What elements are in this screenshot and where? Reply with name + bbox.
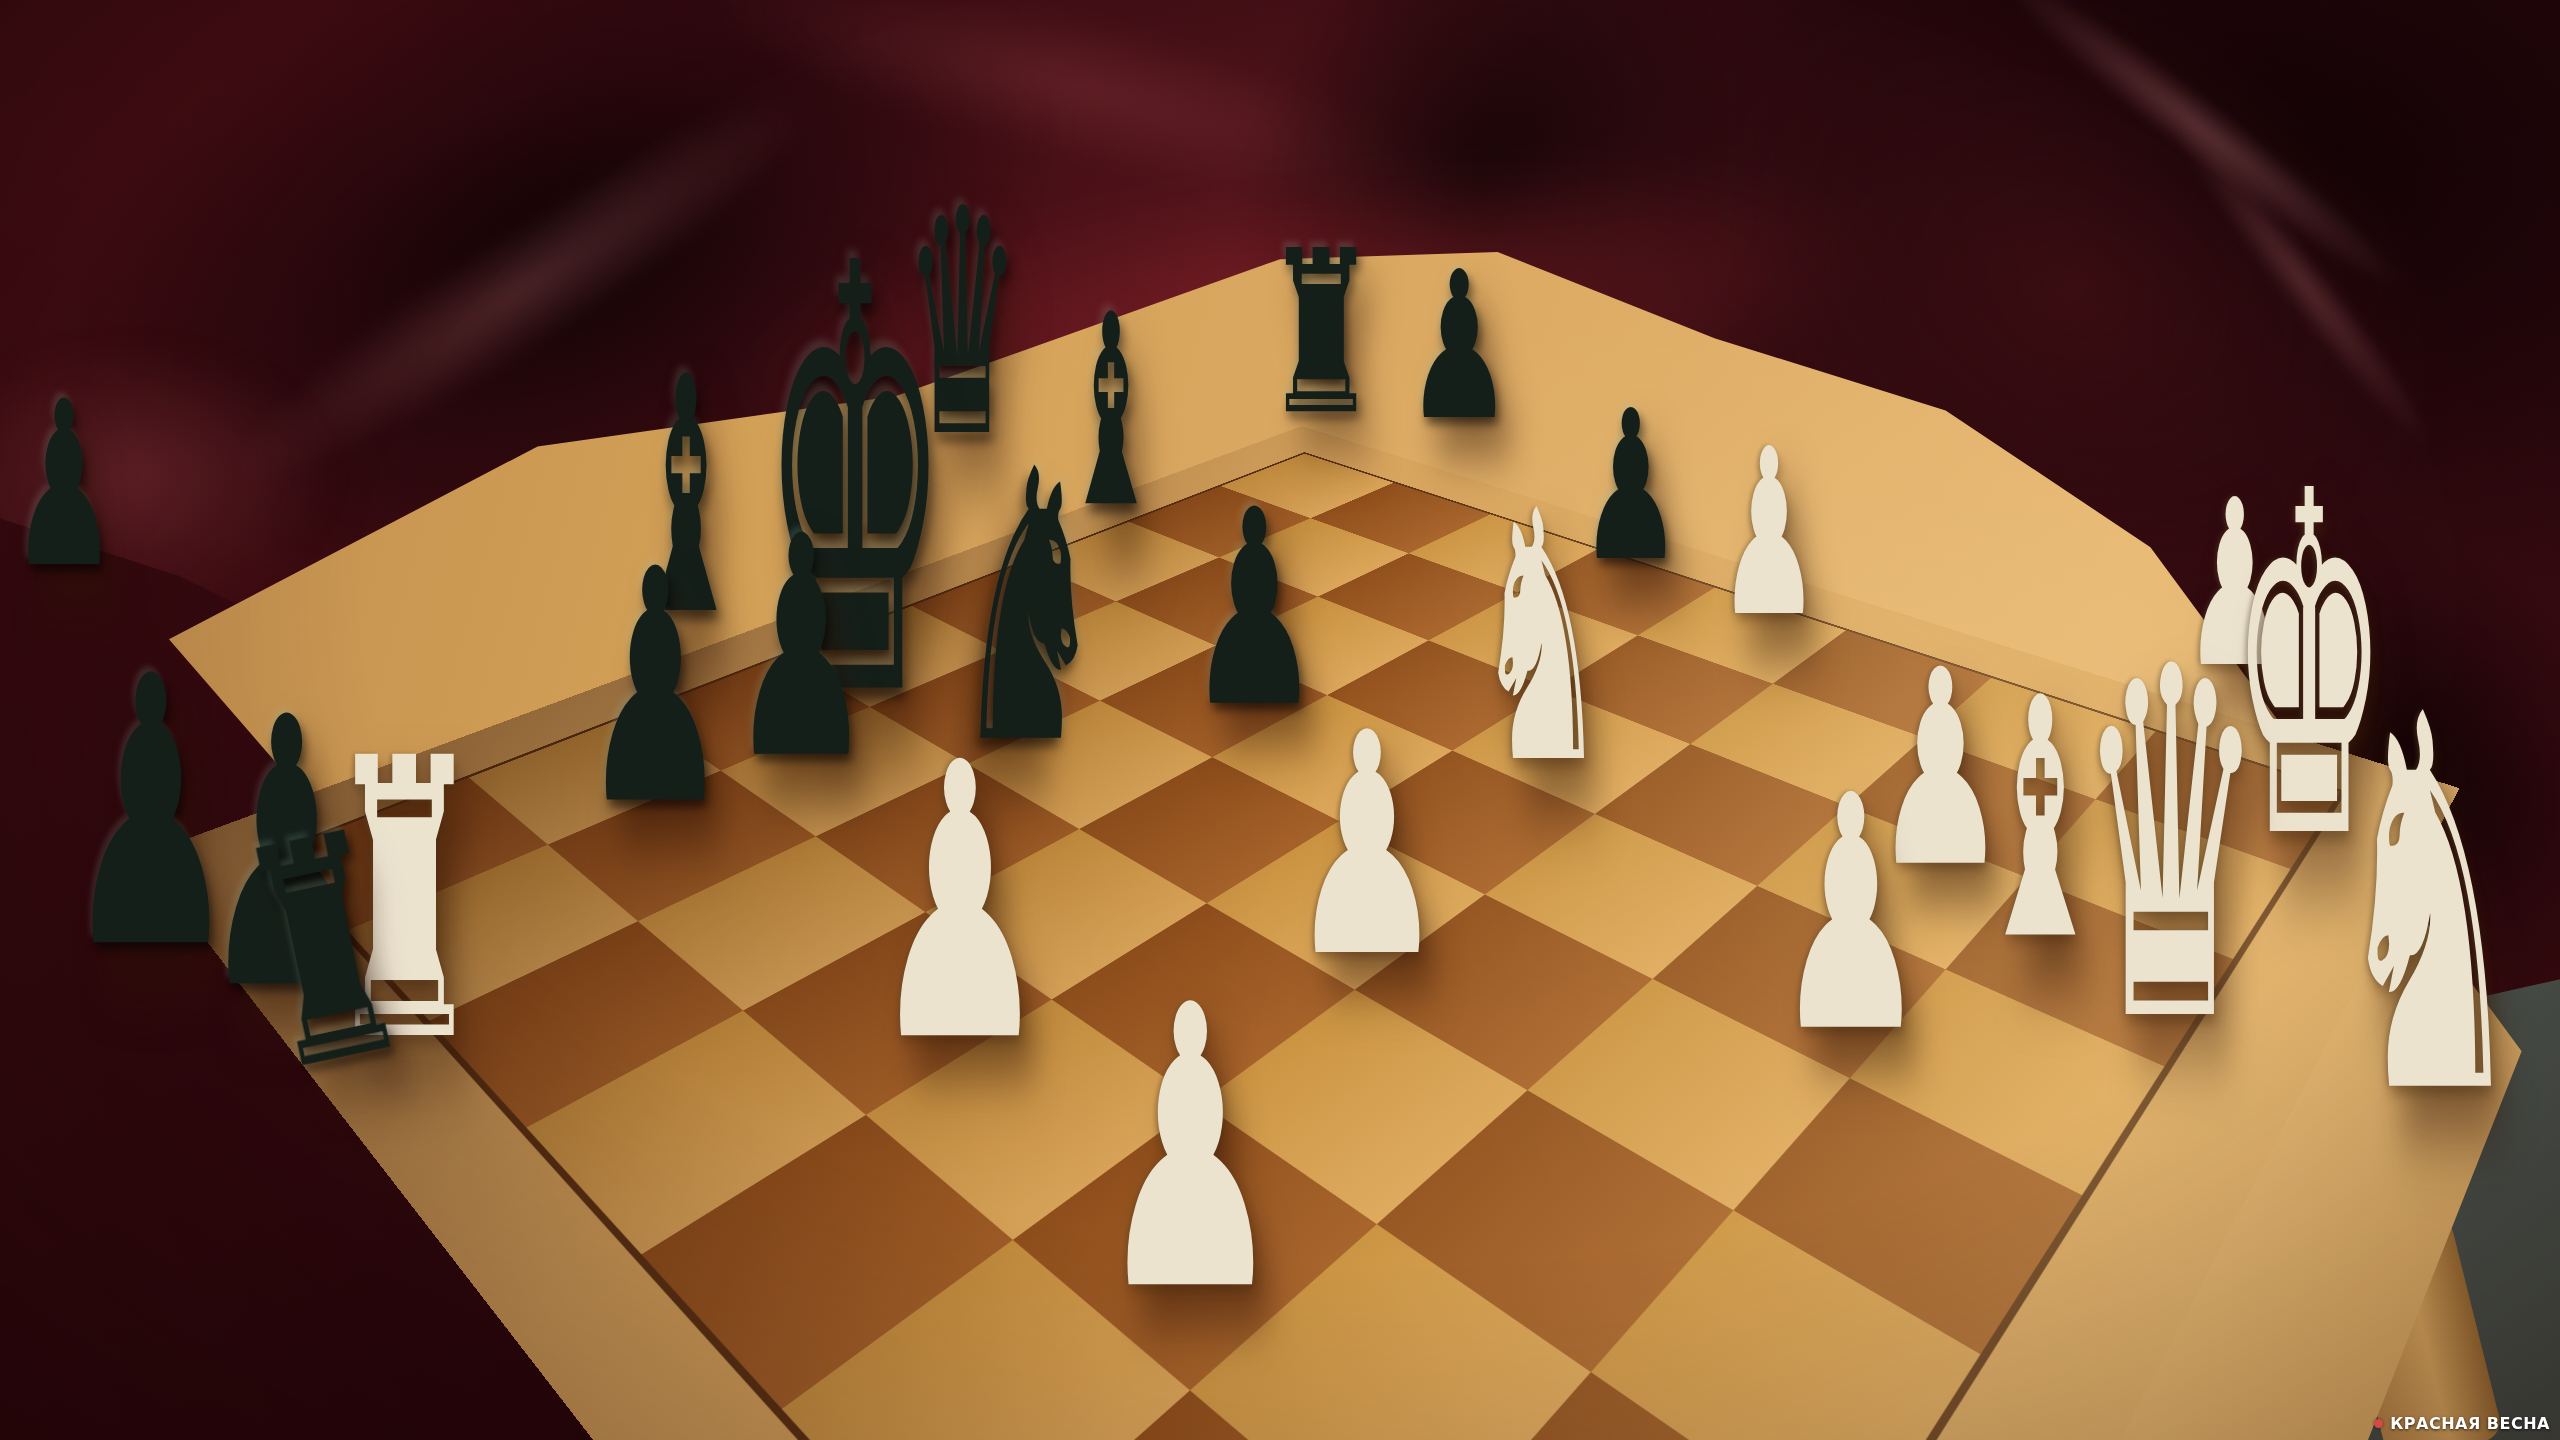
white-pawn-h5: ♟	[1717, 419, 1820, 649]
white-knight-f4: ♞	[1474, 466, 1608, 811]
watermark: КРАСНАЯ ВЕСНА	[2374, 1414, 2550, 1433]
white-pawn-b2: ♟	[1096, 956, 1284, 1345]
black-pawn-off-board: ♟	[10, 372, 118, 600]
white-pawn-a4: ♟	[870, 714, 1049, 1094]
photo-stage: ♟♝♟♚♛♞♝♟♜♟♟♟♟♟♞♟♟♟♝♟♚♛♞♟♟♟♜♜ КРАСНАЯ ВЕС…	[0, 0, 2560, 1440]
white-knight-h1: ♞	[2333, 649, 2526, 1165]
white-queen-g1: ♛	[2077, 607, 2265, 1090]
white-pawn-e4: ♟	[1289, 693, 1446, 999]
white-pawn-f2: ♟	[1775, 753, 1927, 1076]
piece-layer: ♟♝♟♚♛♞♝♟♜♟♟♟♟♟♞♟♟♟♝♟♚♛♞♟♟♟♜♜	[0, 0, 2560, 1440]
black-pawn-b7: ♟	[581, 528, 729, 850]
watermark-label: КРАСНАЯ ВЕСНА	[2390, 1414, 2550, 1433]
red-dot-icon	[2374, 1419, 2383, 1428]
black-pawn-c6: ♟	[730, 497, 873, 801]
black-pawn-h7: ♟	[1405, 245, 1513, 449]
black-rook-g8: ♜	[1265, 220, 1377, 445]
